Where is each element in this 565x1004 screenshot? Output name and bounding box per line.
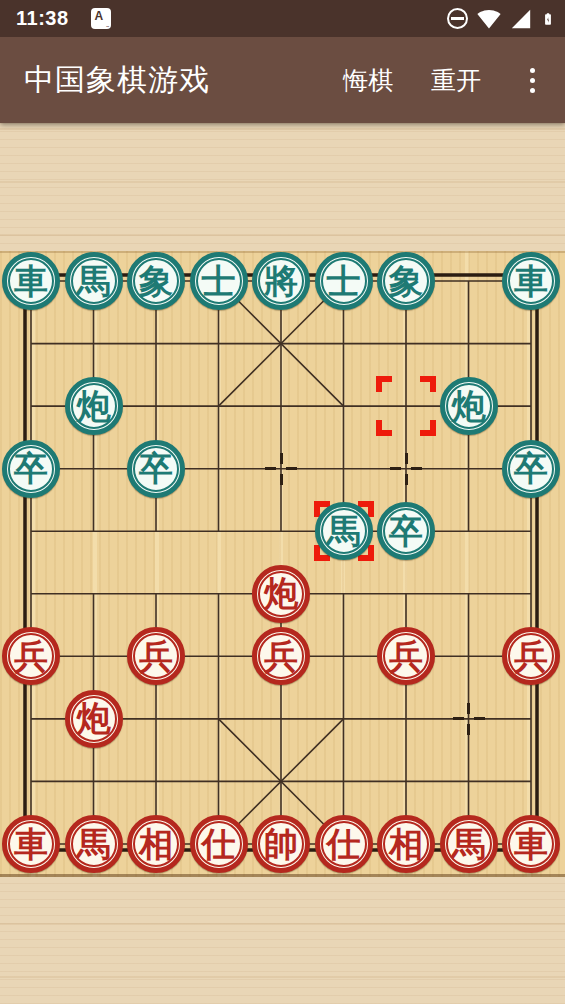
app-bar: 中国象棋游戏 悔棋 重开 <box>0 37 565 123</box>
piece-red[interactable]: 車 <box>2 815 60 873</box>
restart-game-button[interactable]: 重开 <box>429 60 483 101</box>
keyboard-input-icon: A... <box>91 8 111 29</box>
screen: 11:38 A... 中国象棋游戏 悔棋 重开 車馬象士將士象車炮炮卒卒卒馬卒 <box>0 0 565 1004</box>
piece-black[interactable]: 士 <box>190 252 248 310</box>
piece-black[interactable]: 車 <box>502 252 560 310</box>
page-title: 中国象棋游戏 <box>24 60 210 101</box>
piece-red[interactable]: 兵 <box>502 627 560 685</box>
piece-black[interactable]: 士 <box>315 252 373 310</box>
piece-black[interactable]: 卒 <box>377 502 435 560</box>
piece-red[interactable]: 相 <box>377 815 435 873</box>
status-bar: 11:38 A... <box>0 0 565 37</box>
piece-black[interactable]: 象 <box>377 252 435 310</box>
piece-red[interactable]: 相 <box>127 815 185 873</box>
piece-red[interactable]: 兵 <box>252 627 310 685</box>
piece-red[interactable]: 車 <box>502 815 560 873</box>
piece-black[interactable]: 將 <box>252 252 310 310</box>
piece-black[interactable]: 車 <box>2 252 60 310</box>
pieces-layer: 車馬象士將士象車炮炮卒卒卒馬卒炮兵兵兵兵兵炮車馬相仕帥仕相馬車 <box>0 0 565 1004</box>
clock: 11:38 <box>16 7 69 30</box>
piece-red[interactable]: 兵 <box>2 627 60 685</box>
piece-black[interactable]: 卒 <box>2 440 60 498</box>
undo-move-button[interactable]: 悔棋 <box>341 60 395 101</box>
do-not-disturb-icon <box>447 8 468 29</box>
piece-red[interactable]: 馬 <box>440 815 498 873</box>
cell-signal-icon <box>510 8 532 30</box>
piece-red[interactable]: 兵 <box>377 627 435 685</box>
piece-red[interactable]: 炮 <box>65 690 123 748</box>
overflow-menu-button[interactable] <box>517 58 547 102</box>
piece-black[interactable]: 炮 <box>440 377 498 435</box>
piece-red[interactable]: 帥 <box>252 815 310 873</box>
piece-black[interactable]: 卒 <box>127 440 185 498</box>
piece-red[interactable]: 馬 <box>65 815 123 873</box>
last-move-from-marker <box>376 376 436 436</box>
piece-black[interactable]: 象 <box>127 252 185 310</box>
piece-red[interactable]: 兵 <box>127 627 185 685</box>
point-mark <box>453 703 485 735</box>
point-mark <box>390 453 422 485</box>
piece-red[interactable]: 仕 <box>190 815 248 873</box>
piece-red[interactable]: 仕 <box>315 815 373 873</box>
wifi-icon <box>477 7 501 31</box>
piece-black[interactable]: 炮 <box>65 377 123 435</box>
piece-red[interactable]: 炮 <box>252 565 310 623</box>
battery-charging-icon <box>541 7 555 31</box>
piece-black[interactable]: 馬 <box>65 252 123 310</box>
piece-black[interactable]: 馬 <box>315 502 373 560</box>
point-mark <box>265 453 297 485</box>
piece-black[interactable]: 卒 <box>502 440 560 498</box>
